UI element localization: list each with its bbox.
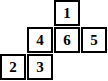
net-cell-empty — [0, 0, 26, 26]
net-cell-empty — [81, 0, 107, 26]
net-cell-face-6: 6 — [54, 27, 80, 53]
net-cell-empty — [27, 0, 53, 26]
net-cell-empty — [54, 54, 80, 80]
net-cell-empty — [81, 54, 107, 80]
net-cell-face-5: 5 — [81, 27, 107, 53]
net-cell-face-1: 1 — [54, 0, 80, 26]
net-cell-face-2: 2 — [0, 54, 26, 80]
net-cell-face-3: 3 — [27, 54, 53, 80]
cube-net-board: 146523 — [0, 0, 107, 80]
net-cell-face-4: 4 — [27, 27, 53, 53]
net-cell-empty — [0, 27, 26, 53]
